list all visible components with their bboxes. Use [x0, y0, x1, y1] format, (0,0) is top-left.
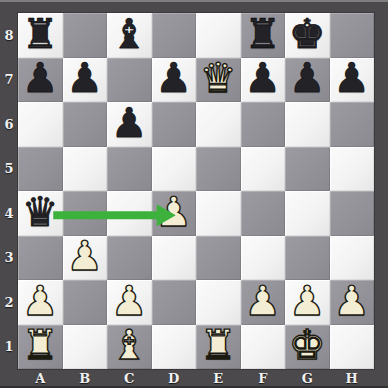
piece-white-queen-e7[interactable]: ♛ [200, 58, 237, 99]
square-a1[interactable]: ♜ [18, 325, 63, 370]
square-g1[interactable]: ♚ [285, 325, 330, 370]
square-c2[interactable]: ♟ [107, 280, 152, 325]
piece-black-bishop-c8[interactable]: ♝ [111, 14, 148, 55]
file-label-h: H [330, 369, 375, 388]
piece-black-pawn-b7[interactable]: ♟ [66, 58, 103, 99]
square-g8[interactable]: ♚ [285, 13, 330, 58]
piece-white-pawn-c2[interactable]: ♟ [111, 281, 148, 322]
square-h5[interactable] [330, 147, 375, 192]
square-c7[interactable] [107, 58, 152, 103]
piece-white-rook-e1[interactable]: ♜ [200, 325, 237, 366]
square-a2[interactable]: ♟ [18, 280, 63, 325]
rank-label-7: 7 [0, 58, 18, 103]
square-b4[interactable] [63, 191, 108, 236]
square-c3[interactable] [107, 236, 152, 281]
square-d1[interactable] [152, 325, 197, 370]
square-a6[interactable] [18, 102, 63, 147]
piece-white-pawn-g2[interactable]: ♟ [289, 281, 326, 322]
square-d6[interactable] [152, 102, 197, 147]
square-g7[interactable]: ♟ [285, 58, 330, 103]
piece-black-rook-f8[interactable]: ♜ [244, 14, 281, 55]
square-f8[interactable]: ♜ [241, 13, 286, 58]
square-e2[interactable] [196, 280, 241, 325]
square-e7[interactable]: ♛ [196, 58, 241, 103]
piece-black-pawn-c6[interactable]: ♟ [111, 103, 148, 144]
piece-black-pawn-d7[interactable]: ♟ [155, 58, 192, 99]
rank-labels: 87654321 [0, 13, 18, 369]
rank-label-8: 8 [0, 13, 18, 58]
square-f1[interactable] [241, 325, 286, 370]
square-b8[interactable] [63, 13, 108, 58]
square-c5[interactable] [107, 147, 152, 192]
square-f5[interactable] [241, 147, 286, 192]
square-d7[interactable]: ♟ [152, 58, 197, 103]
piece-white-rook-a1[interactable]: ♜ [22, 325, 59, 366]
piece-white-pawn-f2[interactable]: ♟ [244, 281, 281, 322]
board: ♜♝♜♚♟♟♟♛♟♟♟♟♛♟♟♟♟♟♟♟♜♝♜♚ [18, 13, 374, 369]
file-label-c: C [107, 369, 152, 388]
square-g4[interactable] [285, 191, 330, 236]
square-d3[interactable] [152, 236, 197, 281]
square-h7[interactable]: ♟ [330, 58, 375, 103]
square-d4[interactable]: ♟ [152, 191, 197, 236]
file-labels: ABCDEFGH [18, 369, 374, 388]
square-g5[interactable] [285, 147, 330, 192]
piece-black-rook-a8[interactable]: ♜ [22, 14, 59, 55]
file-label-a: A [18, 369, 63, 388]
piece-white-pawn-h2[interactable]: ♟ [333, 281, 370, 322]
file-label-d: D [152, 369, 197, 388]
square-e3[interactable] [196, 236, 241, 281]
square-f2[interactable]: ♟ [241, 280, 286, 325]
square-d8[interactable] [152, 13, 197, 58]
square-e1[interactable]: ♜ [196, 325, 241, 370]
piece-white-pawn-b3[interactable]: ♟ [66, 236, 103, 277]
square-a8[interactable]: ♜ [18, 13, 63, 58]
square-e5[interactable] [196, 147, 241, 192]
piece-black-pawn-f7[interactable]: ♟ [244, 58, 281, 99]
square-f4[interactable] [241, 191, 286, 236]
square-c6[interactable]: ♟ [107, 102, 152, 147]
square-b6[interactable] [63, 102, 108, 147]
square-a3[interactable] [18, 236, 63, 281]
square-a4[interactable]: ♛ [18, 191, 63, 236]
square-g6[interactable] [285, 102, 330, 147]
rank-label-5: 5 [0, 147, 18, 192]
square-b5[interactable] [63, 147, 108, 192]
piece-black-king-g8[interactable]: ♚ [289, 14, 326, 55]
chess-app-window: 87654321 ♜♝♜♚♟♟♟♛♟♟♟♟♛♟♟♟♟♟♟♟♜♝♜♚ ABCDEF… [0, 0, 388, 388]
square-b1[interactable] [63, 325, 108, 370]
square-h3[interactable] [330, 236, 375, 281]
piece-white-bishop-c1[interactable]: ♝ [111, 325, 148, 366]
rank-label-2: 2 [0, 280, 18, 325]
square-b7[interactable]: ♟ [63, 58, 108, 103]
square-f3[interactable] [241, 236, 286, 281]
square-e4[interactable] [196, 191, 241, 236]
square-h4[interactable] [330, 191, 375, 236]
square-e8[interactable] [196, 13, 241, 58]
file-label-e: E [196, 369, 241, 388]
piece-black-pawn-g7[interactable]: ♟ [289, 58, 326, 99]
square-b2[interactable] [63, 280, 108, 325]
file-label-g: G [285, 369, 330, 388]
square-f7[interactable]: ♟ [241, 58, 286, 103]
rank-label-6: 6 [0, 102, 18, 147]
file-label-b: B [63, 369, 108, 388]
square-h6[interactable] [330, 102, 375, 147]
file-label-f: F [241, 369, 286, 388]
square-f6[interactable] [241, 102, 286, 147]
piece-black-pawn-a7[interactable]: ♟ [22, 58, 59, 99]
square-g3[interactable] [285, 236, 330, 281]
square-d5[interactable] [152, 147, 197, 192]
square-c4[interactable] [107, 191, 152, 236]
square-h2[interactable]: ♟ [330, 280, 375, 325]
square-a7[interactable]: ♟ [18, 58, 63, 103]
piece-white-pawn-d4[interactable]: ♟ [155, 192, 192, 233]
rank-label-1: 1 [0, 325, 18, 370]
square-d2[interactable] [152, 280, 197, 325]
square-h1[interactable] [330, 325, 375, 370]
square-b3[interactable]: ♟ [63, 236, 108, 281]
square-a5[interactable] [18, 147, 63, 192]
piece-black-pawn-h7[interactable]: ♟ [333, 58, 370, 99]
rank-label-3: 3 [0, 236, 18, 281]
piece-white-king-g1[interactable]: ♚ [289, 325, 326, 366]
rank-label-4: 4 [0, 191, 18, 236]
square-g2[interactable]: ♟ [285, 280, 330, 325]
square-e6[interactable] [196, 102, 241, 147]
piece-black-queen-a4[interactable]: ♛ [22, 192, 59, 233]
square-c8[interactable]: ♝ [107, 13, 152, 58]
piece-white-pawn-a2[interactable]: ♟ [22, 281, 59, 322]
square-c1[interactable]: ♝ [107, 325, 152, 370]
square-h8[interactable] [330, 13, 375, 58]
